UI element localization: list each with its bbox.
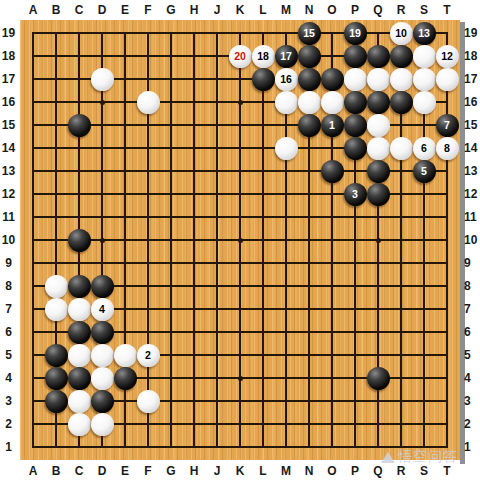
row-label-right: 8 (464, 279, 480, 293)
star-point (376, 238, 381, 243)
move-number: 17 (280, 51, 292, 62)
col-label-bottom: O (321, 464, 343, 478)
row-label-right: 19 (464, 26, 480, 40)
move-number: 19 (349, 28, 361, 39)
stone-white (275, 137, 298, 160)
stone-white (390, 68, 413, 91)
star-point (238, 238, 243, 243)
row-label-left: 10 (0, 233, 18, 247)
row-label-right: 18 (464, 49, 480, 63)
col-label-bottom: M (275, 464, 297, 478)
stone-black (91, 275, 114, 298)
stone-white (91, 68, 114, 91)
move-number: 8 (444, 143, 450, 154)
col-label-bottom: K (229, 464, 251, 478)
stone-black (367, 160, 390, 183)
grid-line (32, 216, 448, 218)
move-number: 6 (421, 143, 427, 154)
row-label-left: 1 (0, 440, 18, 454)
row-label-left: 11 (0, 210, 18, 224)
stone-white (45, 298, 68, 321)
col-label-top: L (252, 3, 274, 17)
row-label-right: 4 (464, 371, 480, 385)
stone-black (390, 45, 413, 68)
move-number: 5 (421, 166, 427, 177)
col-label-top: B (45, 3, 67, 17)
stone-white (413, 68, 436, 91)
col-label-top: R (390, 3, 412, 17)
row-label-left: 17 (0, 72, 18, 86)
row-label-right: 16 (464, 95, 480, 109)
stone-white: 4 (91, 298, 114, 321)
stone-black (390, 91, 413, 114)
row-label-right: 1 (464, 440, 480, 454)
stone-white: 6 (413, 137, 436, 160)
stone-black (321, 160, 344, 183)
col-label-top: K (229, 3, 251, 17)
stone-white (68, 344, 91, 367)
grid-line (32, 32, 448, 34)
row-label-right: 7 (464, 302, 480, 316)
stone-black (45, 390, 68, 413)
row-label-right: 5 (464, 348, 480, 362)
col-label-bottom: L (252, 464, 274, 478)
row-label-left: 8 (0, 279, 18, 293)
stone-white (68, 298, 91, 321)
row-label-left: 15 (0, 118, 18, 132)
move-number: 18 (257, 51, 269, 62)
stone-black (298, 45, 321, 68)
stone-black (68, 367, 91, 390)
star-point (238, 376, 243, 381)
col-label-bottom: P (344, 464, 366, 478)
row-label-right: 15 (464, 118, 480, 132)
stone-white (91, 344, 114, 367)
move-number: 15 (303, 28, 315, 39)
stone-white (413, 91, 436, 114)
col-label-top: G (160, 3, 182, 17)
col-label-top: H (183, 3, 205, 17)
stone-black (298, 114, 321, 137)
stone-black (45, 344, 68, 367)
star-point (100, 100, 105, 105)
row-label-left: 3 (0, 394, 18, 408)
stone-black: 7 (436, 114, 459, 137)
stone-black (344, 137, 367, 160)
stone-black: 13 (413, 22, 436, 45)
move-number: 13 (418, 28, 430, 39)
stone-white (344, 68, 367, 91)
row-label-right: 17 (464, 72, 480, 86)
stone-white (91, 367, 114, 390)
col-label-top: F (137, 3, 159, 17)
col-label-bottom: H (183, 464, 205, 478)
col-label-bottom: N (298, 464, 320, 478)
stone-white: 20 (229, 45, 252, 68)
stone-white (367, 137, 390, 160)
stone-black (68, 275, 91, 298)
row-label-left: 9 (0, 256, 18, 270)
row-label-left: 19 (0, 26, 18, 40)
stone-black (252, 68, 275, 91)
stone-black (298, 68, 321, 91)
stone-white (275, 91, 298, 114)
col-label-top: S (413, 3, 435, 17)
stone-white (390, 137, 413, 160)
stone-white (45, 275, 68, 298)
col-label-bottom: C (68, 464, 90, 478)
row-label-left: 18 (0, 49, 18, 63)
row-label-right: 12 (464, 187, 480, 201)
move-number: 12 (441, 51, 453, 62)
stone-white (367, 68, 390, 91)
row-label-left: 6 (0, 325, 18, 339)
stone-black (367, 183, 390, 206)
stone-black: 1 (321, 114, 344, 137)
stone-white: 16 (275, 68, 298, 91)
stone-white: 18 (252, 45, 275, 68)
star-point (238, 100, 243, 105)
row-label-right: 13 (464, 164, 480, 178)
stone-black (367, 45, 390, 68)
row-label-left: 14 (0, 141, 18, 155)
stone-black (321, 68, 344, 91)
move-number: 4 (99, 304, 105, 315)
move-number: 10 (395, 28, 407, 39)
col-label-top: T (436, 3, 458, 17)
col-label-top: N (298, 3, 320, 17)
grid-line (32, 262, 448, 264)
stone-black (344, 45, 367, 68)
stone-white (68, 413, 91, 436)
row-label-right: 3 (464, 394, 480, 408)
col-label-bottom: T (436, 464, 458, 478)
stone-black (367, 367, 390, 390)
go-diagram: AABBCCDDEEFFGGHHJJKKLLMMNNOOPPQQRRSSTT19… (0, 0, 480, 484)
stone-black (91, 390, 114, 413)
stone-white (91, 413, 114, 436)
grid-line (32, 446, 448, 448)
stone-black (344, 91, 367, 114)
stone-white (413, 45, 436, 68)
col-label-top: P (344, 3, 366, 17)
stone-white: 12 (436, 45, 459, 68)
stone-black: 15 (298, 22, 321, 45)
row-label-left: 2 (0, 417, 18, 431)
row-label-right: 9 (464, 256, 480, 270)
stone-white (137, 390, 160, 413)
stone-black: 5 (413, 160, 436, 183)
move-number: 7 (444, 120, 450, 131)
stone-white (114, 344, 137, 367)
col-label-bottom: B (45, 464, 67, 478)
col-label-bottom: A (22, 464, 44, 478)
col-label-top: M (275, 3, 297, 17)
row-label-left: 13 (0, 164, 18, 178)
row-label-left: 5 (0, 348, 18, 362)
stone-black (344, 114, 367, 137)
stone-white: 2 (137, 344, 160, 367)
move-number: 20 (234, 51, 246, 62)
stone-white (137, 91, 160, 114)
star-point (100, 238, 105, 243)
col-label-bottom: S (413, 464, 435, 478)
stone-white (321, 91, 344, 114)
stone-black: 3 (344, 183, 367, 206)
move-number: 1 (329, 120, 335, 131)
row-label-left: 12 (0, 187, 18, 201)
col-label-top: O (321, 3, 343, 17)
col-label-bottom: F (137, 464, 159, 478)
row-label-left: 7 (0, 302, 18, 316)
stone-white (367, 114, 390, 137)
move-number: 2 (145, 350, 151, 361)
stone-white: 10 (390, 22, 413, 45)
col-label-bottom: R (390, 464, 412, 478)
stone-black (68, 321, 91, 344)
move-number: 16 (280, 74, 292, 85)
col-label-top: C (68, 3, 90, 17)
stone-white (298, 91, 321, 114)
row-label-right: 14 (464, 141, 480, 155)
col-label-top: D (91, 3, 113, 17)
stone-black (367, 91, 390, 114)
row-label-left: 4 (0, 371, 18, 385)
stone-black (91, 321, 114, 344)
col-label-bottom: Q (367, 464, 389, 478)
col-label-top: A (22, 3, 44, 17)
col-label-top: Q (367, 3, 389, 17)
col-label-top: E (114, 3, 136, 17)
stone-black (114, 367, 137, 390)
row-label-right: 10 (464, 233, 480, 247)
stone-black (68, 114, 91, 137)
stone-white: 8 (436, 137, 459, 160)
stone-black: 19 (344, 22, 367, 45)
row-label-left: 16 (0, 95, 18, 109)
stone-black (45, 367, 68, 390)
col-label-top: J (206, 3, 228, 17)
stone-white (68, 390, 91, 413)
stone-black: 17 (275, 45, 298, 68)
col-label-bottom: D (91, 464, 113, 478)
stone-white (436, 68, 459, 91)
move-number: 3 (352, 189, 358, 200)
row-label-right: 6 (464, 325, 480, 339)
stone-black (68, 229, 91, 252)
row-label-right: 2 (464, 417, 480, 431)
col-label-bottom: E (114, 464, 136, 478)
col-label-bottom: G (160, 464, 182, 478)
col-label-bottom: J (206, 464, 228, 478)
row-label-right: 11 (464, 210, 480, 224)
